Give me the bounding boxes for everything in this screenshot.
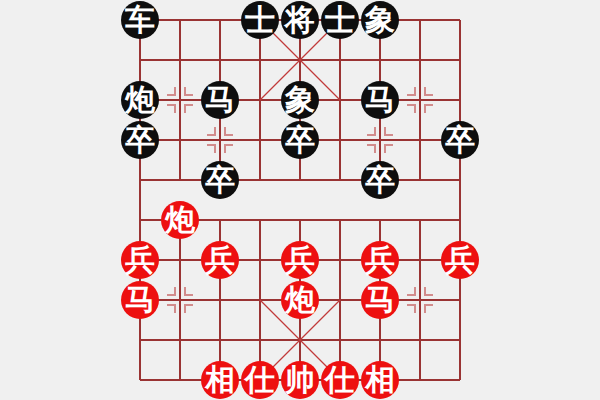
pieces-layer: 车士将士象炮马象马卒卒卒卒卒炮兵兵兵兵兵马炮马相仕帅仕相 [0, 0, 600, 400]
xiangqi-board: 车士将士象炮马象马卒卒卒卒卒炮兵兵兵兵兵马炮马相仕帅仕相 [0, 0, 600, 400]
black-advisor[interactable]: 士 [241, 1, 279, 39]
red-soldier[interactable]: 兵 [441, 241, 479, 279]
black-soldier[interactable]: 卒 [121, 121, 159, 159]
red-general[interactable]: 帅 [281, 361, 319, 399]
red-cannon[interactable]: 炮 [161, 201, 199, 239]
red-advisor[interactable]: 仕 [241, 361, 279, 399]
black-advisor[interactable]: 士 [321, 1, 359, 39]
black-soldier[interactable]: 卒 [361, 161, 399, 199]
red-horse[interactable]: 马 [121, 281, 159, 319]
red-soldier[interactable]: 兵 [201, 241, 239, 279]
black-elephant[interactable]: 象 [281, 81, 319, 119]
red-elephant[interactable]: 相 [361, 361, 399, 399]
red-elephant[interactable]: 相 [201, 361, 239, 399]
black-soldier[interactable]: 卒 [441, 121, 479, 159]
red-cannon[interactable]: 炮 [281, 281, 319, 319]
black-soldier[interactable]: 卒 [281, 121, 319, 159]
red-soldier[interactable]: 兵 [361, 241, 399, 279]
red-soldier[interactable]: 兵 [281, 241, 319, 279]
black-general[interactable]: 将 [281, 1, 319, 39]
black-elephant[interactable]: 象 [361, 1, 399, 39]
red-advisor[interactable]: 仕 [321, 361, 359, 399]
black-chariot[interactable]: 车 [121, 1, 159, 39]
black-soldier[interactable]: 卒 [201, 161, 239, 199]
red-horse[interactable]: 马 [361, 281, 399, 319]
black-cannon[interactable]: 炮 [121, 81, 159, 119]
black-horse[interactable]: 马 [361, 81, 399, 119]
red-soldier[interactable]: 兵 [121, 241, 159, 279]
black-horse[interactable]: 马 [201, 81, 239, 119]
